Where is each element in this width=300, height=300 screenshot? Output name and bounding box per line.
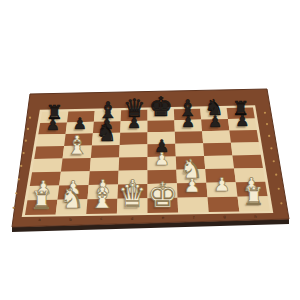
- square-c7: [93, 121, 121, 133]
- left-border-dot: [27, 128, 29, 130]
- square-b1: [56, 199, 88, 214]
- square-d7: [120, 121, 147, 133]
- square-c6: [92, 133, 120, 146]
- square-a1: [25, 200, 57, 215]
- right-border-dot: [268, 135, 270, 137]
- square-e6: [148, 132, 176, 145]
- square-b4: [61, 158, 91, 172]
- right-border-dot: [278, 188, 280, 190]
- square-e3: [148, 170, 177, 184]
- square-f5: [175, 143, 204, 156]
- square-g2: [206, 182, 237, 197]
- square-f6: [175, 131, 203, 144]
- square-d4: [119, 157, 148, 171]
- square-f4: [176, 156, 205, 170]
- square-d3: [118, 170, 147, 184]
- square-g7: [201, 119, 229, 131]
- square-e2: [148, 183, 178, 198]
- square-b2: [57, 185, 88, 200]
- square-g5: [203, 143, 232, 156]
- right-border-dot: [280, 202, 282, 204]
- square-d6: [120, 132, 148, 145]
- square-b7: [66, 122, 94, 134]
- square-a4: [32, 159, 62, 173]
- square-c1: [86, 199, 117, 214]
- square-a7: [38, 122, 67, 134]
- square-c5: [91, 145, 120, 158]
- right-border-dot: [275, 174, 277, 176]
- square-g3: [205, 169, 236, 183]
- right-border-dot: [264, 112, 266, 114]
- square-b8: [67, 111, 95, 123]
- square-h6: [229, 130, 258, 143]
- square-b3: [59, 171, 90, 185]
- right-border-dot: [270, 147, 272, 149]
- right-border-dot: [266, 123, 268, 125]
- square-f1: [178, 197, 209, 212]
- file-label-g: g: [223, 214, 226, 219]
- left-border-dot: [25, 140, 27, 142]
- square-e8: [148, 109, 175, 121]
- square-g6: [202, 131, 231, 144]
- square-h1: [238, 196, 270, 211]
- square-a3: [30, 172, 61, 186]
- left-border-dot: [15, 192, 17, 194]
- left-border-dot: [20, 165, 22, 167]
- square-b5: [63, 145, 92, 158]
- square-a2: [27, 185, 59, 200]
- square-f8: [174, 109, 201, 121]
- square-g4: [204, 155, 234, 169]
- square-a5: [34, 146, 64, 159]
- square-d1: [117, 198, 148, 213]
- file-label-c: c: [100, 216, 102, 221]
- square-e1: [148, 198, 179, 213]
- square-a8: [40, 111, 68, 123]
- square-c8: [94, 110, 121, 122]
- square-f3: [176, 169, 206, 183]
- file-label-b: b: [69, 217, 72, 222]
- square-h3: [234, 168, 265, 182]
- square-f2: [177, 183, 208, 198]
- square-e7: [148, 120, 175, 132]
- chess-board: abcdefgh: [0, 0, 300, 300]
- square-d5: [119, 144, 147, 157]
- square-d8: [121, 110, 148, 122]
- square-h2: [236, 182, 268, 197]
- square-d2: [117, 184, 147, 199]
- square-c3: [89, 171, 119, 185]
- square-e4: [148, 156, 177, 170]
- left-border-dot: [18, 178, 20, 180]
- square-b6: [64, 133, 93, 146]
- square-h4: [232, 155, 262, 169]
- square-e5: [148, 144, 176, 157]
- square-g8: [200, 108, 228, 120]
- square-g1: [208, 197, 240, 212]
- square-a6: [36, 134, 65, 147]
- file-label-d: d: [131, 216, 134, 221]
- left-border-dot: [22, 152, 24, 154]
- left-border-dot: [29, 117, 31, 119]
- right-border-dot: [273, 160, 275, 162]
- chessboard-product-photo: abcdefgh ♜♞♝♚♛♝♜♟♟♟♟♟♟♟♞♟♝♟♞♟♟♟♟♟♟♟♜♚♛♝♞…: [0, 0, 300, 300]
- square-h5: [231, 142, 261, 155]
- square-h7: [228, 119, 257, 131]
- square-c2: [87, 184, 118, 199]
- file-label-h: h: [254, 214, 257, 219]
- square-h8: [227, 108, 255, 120]
- square-f7: [174, 120, 202, 132]
- left-border-dot: [13, 207, 15, 209]
- square-c4: [90, 158, 119, 172]
